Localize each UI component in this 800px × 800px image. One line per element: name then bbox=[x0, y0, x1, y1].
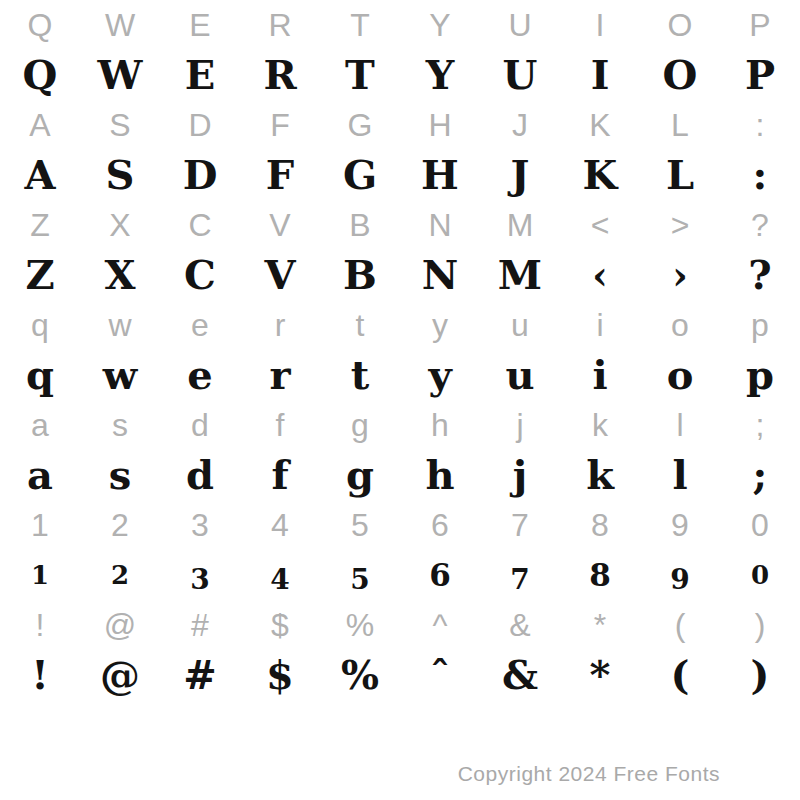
glyph-cell: R bbox=[240, 0, 320, 50]
glyph-cell: 0 bbox=[720, 500, 800, 550]
glyph-cell: u bbox=[480, 350, 560, 400]
glyph-cell: & bbox=[480, 650, 560, 700]
glyph-cell: 9 bbox=[640, 500, 720, 550]
glyph-cell: w bbox=[80, 300, 160, 350]
font-specimen-page: QWERTYUIOPQWERTYUIOPASDFGHJKL:ASDFGHJKL:… bbox=[0, 0, 800, 800]
glyph-cell: U bbox=[480, 50, 560, 100]
glyph-cell: 9 bbox=[640, 555, 720, 605]
glyph-cell: % bbox=[320, 650, 400, 700]
glyph-cell: F bbox=[240, 100, 320, 150]
glyph-cell: M bbox=[480, 200, 560, 250]
glyph-cell: 4 bbox=[240, 555, 320, 605]
glyph-cell: 1 bbox=[0, 550, 80, 600]
glyph-cell: 6 bbox=[400, 500, 480, 550]
glyph-cell: R bbox=[240, 50, 320, 100]
glyph-cell: $ bbox=[240, 650, 320, 700]
glyph-cell: p bbox=[720, 350, 800, 400]
glyph-cell: V bbox=[240, 200, 320, 250]
glyph-cell: 8 bbox=[560, 500, 640, 550]
glyph-cell: F bbox=[240, 150, 320, 200]
glyph-cell: Q bbox=[0, 50, 80, 100]
glyph-cell: s bbox=[80, 450, 160, 500]
glyph-cell: T bbox=[320, 0, 400, 50]
glyph-cell: g bbox=[320, 400, 400, 450]
glyph-cell: W bbox=[80, 0, 160, 50]
glyph-cell: & bbox=[480, 600, 560, 650]
glyph-cell: t bbox=[320, 300, 400, 350]
glyph-cell: 3 bbox=[160, 555, 240, 605]
glyph-cell: : bbox=[720, 100, 800, 150]
glyph-cell: q bbox=[0, 350, 80, 400]
glyph-cell: > bbox=[640, 200, 720, 250]
glyph-cell: g bbox=[320, 450, 400, 500]
glyph-cell: o bbox=[640, 300, 720, 350]
glyph-cell: ! bbox=[0, 650, 80, 700]
glyph-cell: 7 bbox=[480, 555, 560, 605]
glyph-cell: ˆ bbox=[400, 650, 480, 700]
glyph-cell: X bbox=[80, 200, 160, 250]
glyph-cell: d bbox=[160, 450, 240, 500]
glyph-cell: A bbox=[0, 100, 80, 150]
glyph-cell: N bbox=[400, 250, 480, 300]
glyph-cell: O bbox=[640, 0, 720, 50]
glyph-cell: A bbox=[0, 150, 80, 200]
glyph-cell: H bbox=[400, 150, 480, 200]
glyph-cell: B bbox=[320, 200, 400, 250]
glyph-cell: › bbox=[640, 250, 720, 300]
glyph-cell: o bbox=[640, 350, 720, 400]
glyph-cell: E bbox=[160, 0, 240, 50]
glyph-cell: Z bbox=[0, 250, 80, 300]
glyph-cell: K bbox=[560, 100, 640, 150]
glyph-cell: r bbox=[240, 350, 320, 400]
glyph-cell: C bbox=[160, 250, 240, 300]
glyph-cell: y bbox=[400, 300, 480, 350]
glyph-cell: j bbox=[480, 450, 560, 500]
glyph-cell: r bbox=[240, 300, 320, 350]
glyph-cell: ‹ bbox=[560, 250, 640, 300]
glyph-cell: C bbox=[160, 200, 240, 250]
glyph-cell: H bbox=[400, 100, 480, 150]
glyph-cell: i bbox=[560, 300, 640, 350]
glyph-cell: I bbox=[560, 50, 640, 100]
glyph-cell: l bbox=[640, 400, 720, 450]
glyph-cell: d bbox=[160, 400, 240, 450]
glyph-cell: 2 bbox=[80, 500, 160, 550]
glyph-cell: B bbox=[320, 250, 400, 300]
glyph-cell: h bbox=[400, 450, 480, 500]
glyph-cell: 3 bbox=[160, 500, 240, 550]
glyph-cell: K bbox=[560, 150, 640, 200]
copyright-text: Copyright 2024 Free Fonts bbox=[458, 762, 720, 786]
glyph-cell: ) bbox=[720, 600, 800, 650]
glyph-cell: P bbox=[720, 50, 800, 100]
glyph-cell: G bbox=[320, 100, 400, 150]
glyph-cell: $ bbox=[240, 600, 320, 650]
glyph-cell: X bbox=[80, 250, 160, 300]
glyph-cell: ^ bbox=[400, 600, 480, 650]
glyph-cell: % bbox=[320, 600, 400, 650]
glyph-cell: Y bbox=[400, 0, 480, 50]
glyph-cell: S bbox=[80, 100, 160, 150]
glyph-cell: J bbox=[480, 100, 560, 150]
glyph-cell: P bbox=[720, 0, 800, 50]
glyph-cell: ( bbox=[640, 600, 720, 650]
glyph-cell: a bbox=[0, 450, 80, 500]
glyph-cell: k bbox=[560, 450, 640, 500]
glyph-cell: e bbox=[160, 350, 240, 400]
glyph-cell: @ bbox=[80, 600, 160, 650]
glyph-cell: f bbox=[240, 400, 320, 450]
glyph-cell: @ bbox=[80, 650, 160, 700]
glyph-cell: ? bbox=[720, 250, 800, 300]
glyph-cell: ! bbox=[0, 600, 80, 650]
glyph-cell: V bbox=[240, 250, 320, 300]
character-grid: QWERTYUIOPQWERTYUIOPASDFGHJKL:ASDFGHJKL:… bbox=[0, 0, 800, 700]
glyph-cell: * bbox=[560, 600, 640, 650]
glyph-cell: t bbox=[320, 350, 400, 400]
glyph-cell: 1 bbox=[0, 500, 80, 550]
glyph-cell: Q bbox=[0, 0, 80, 50]
glyph-cell: S bbox=[80, 150, 160, 200]
glyph-cell: # bbox=[160, 600, 240, 650]
glyph-cell: 0 bbox=[720, 550, 800, 600]
glyph-cell: L bbox=[640, 150, 720, 200]
glyph-cell: q bbox=[0, 300, 80, 350]
glyph-cell: a bbox=[0, 400, 80, 450]
glyph-cell: 5 bbox=[320, 555, 400, 605]
glyph-cell: s bbox=[80, 400, 160, 450]
glyph-cell: ? bbox=[720, 200, 800, 250]
glyph-cell: u bbox=[480, 300, 560, 350]
glyph-cell: ; bbox=[720, 400, 800, 450]
glyph-cell: G bbox=[320, 150, 400, 200]
glyph-cell: L bbox=[640, 100, 720, 150]
glyph-cell: J bbox=[480, 150, 560, 200]
glyph-cell: ) bbox=[720, 650, 800, 700]
glyph-cell: 5 bbox=[320, 500, 400, 550]
glyph-cell: M bbox=[480, 250, 560, 300]
glyph-cell: W bbox=[80, 50, 160, 100]
glyph-cell: e bbox=[160, 300, 240, 350]
glyph-cell: Y bbox=[400, 50, 480, 100]
glyph-cell: I bbox=[560, 0, 640, 50]
glyph-cell: * bbox=[560, 650, 640, 700]
glyph-cell: y bbox=[400, 350, 480, 400]
glyph-cell: T bbox=[320, 50, 400, 100]
glyph-cell: 4 bbox=[240, 500, 320, 550]
glyph-cell: 2 bbox=[80, 550, 160, 600]
glyph-cell: E bbox=[160, 50, 240, 100]
glyph-cell: p bbox=[720, 300, 800, 350]
glyph-cell: N bbox=[400, 200, 480, 250]
glyph-cell: l bbox=[640, 450, 720, 500]
glyph-cell: 7 bbox=[480, 500, 560, 550]
glyph-cell: U bbox=[480, 0, 560, 50]
glyph-cell: < bbox=[560, 200, 640, 250]
glyph-cell: j bbox=[480, 400, 560, 450]
glyph-cell: D bbox=[160, 150, 240, 200]
glyph-cell: 8 bbox=[560, 550, 640, 600]
glyph-cell: 6 bbox=[400, 550, 480, 600]
glyph-cell: h bbox=[400, 400, 480, 450]
glyph-cell: O bbox=[640, 50, 720, 100]
glyph-cell: ( bbox=[640, 650, 720, 700]
glyph-cell: ; bbox=[720, 450, 800, 500]
glyph-cell: w bbox=[80, 350, 160, 400]
glyph-cell: f bbox=[240, 450, 320, 500]
glyph-cell: # bbox=[160, 650, 240, 700]
glyph-cell: Z bbox=[0, 200, 80, 250]
glyph-cell: i bbox=[560, 350, 640, 400]
glyph-cell: : bbox=[720, 150, 800, 200]
glyph-cell: k bbox=[560, 400, 640, 450]
glyph-cell: D bbox=[160, 100, 240, 150]
